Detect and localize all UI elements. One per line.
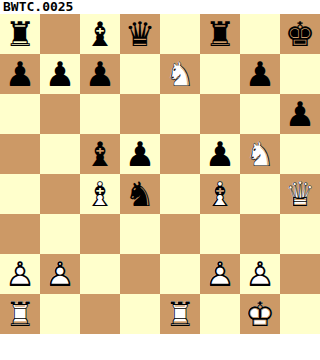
- square-c4[interactable]: ♝♗: [80, 174, 120, 214]
- square-c6[interactable]: [80, 94, 120, 134]
- piece-white-bishop[interactable]: ♝♗: [200, 174, 240, 214]
- title-bar: BWTC.0025: [0, 0, 320, 14]
- square-e5[interactable]: [160, 134, 200, 174]
- square-h5[interactable]: [280, 134, 320, 174]
- square-f3[interactable]: [200, 214, 240, 254]
- black-rook-glyph: ♜: [0, 14, 40, 54]
- piece-white-rook[interactable]: ♜♖: [160, 294, 200, 334]
- square-h2[interactable]: [280, 254, 320, 294]
- footer-bar: 1. ?: [0, 334, 320, 360]
- white-queen-outline: ♕: [280, 174, 320, 214]
- square-g6[interactable]: [240, 94, 280, 134]
- square-g1[interactable]: ♚♔: [240, 294, 280, 334]
- square-g4[interactable]: [240, 174, 280, 214]
- piece-black-bishop[interactable]: ♝: [80, 14, 120, 54]
- square-a1[interactable]: ♜♖: [0, 294, 40, 334]
- black-pawn-glyph: ♟: [200, 134, 240, 174]
- black-bishop-glyph: ♝: [80, 134, 120, 174]
- white-bishop-outline: ♗: [80, 174, 120, 214]
- piece-white-queen[interactable]: ♛♕: [280, 174, 320, 214]
- white-pawn-outline: ♙: [200, 254, 240, 294]
- square-d8[interactable]: ♛: [120, 14, 160, 54]
- square-b5[interactable]: [40, 134, 80, 174]
- square-d2[interactable]: [120, 254, 160, 294]
- black-pawn-glyph: ♟: [280, 94, 320, 134]
- black-pawn-glyph: ♟: [80, 54, 120, 94]
- piece-black-queen[interactable]: ♛: [120, 14, 160, 54]
- square-f7[interactable]: [200, 54, 240, 94]
- piece-black-knight[interactable]: ♞: [120, 174, 160, 214]
- square-c8[interactable]: ♝: [80, 14, 120, 54]
- square-c2[interactable]: [80, 254, 120, 294]
- square-e2[interactable]: [160, 254, 200, 294]
- square-e6[interactable]: [160, 94, 200, 134]
- square-b7[interactable]: ♟: [40, 54, 80, 94]
- black-queen-glyph: ♛: [120, 14, 160, 54]
- piece-black-king[interactable]: ♚: [280, 14, 320, 54]
- square-b4[interactable]: [40, 174, 80, 214]
- square-g7[interactable]: ♟: [240, 54, 280, 94]
- white-pawn-outline: ♙: [0, 254, 40, 294]
- square-h4[interactable]: ♛♕: [280, 174, 320, 214]
- black-king-glyph: ♚: [280, 14, 320, 54]
- square-b8[interactable]: [40, 14, 80, 54]
- black-pawn-glyph: ♟: [120, 134, 160, 174]
- black-bishop-glyph: ♝: [80, 14, 120, 54]
- black-pawn-glyph: ♟: [0, 54, 40, 94]
- piece-white-bishop[interactable]: ♝♗: [80, 174, 120, 214]
- square-b3[interactable]: [40, 214, 80, 254]
- square-c7[interactable]: ♟: [80, 54, 120, 94]
- white-rook-outline: ♖: [0, 294, 40, 334]
- square-d1[interactable]: [120, 294, 160, 334]
- square-f6[interactable]: [200, 94, 240, 134]
- square-e7[interactable]: ♞♘: [160, 54, 200, 94]
- square-d7[interactable]: [120, 54, 160, 94]
- piece-black-bishop[interactable]: ♝: [80, 134, 120, 174]
- square-h7[interactable]: [280, 54, 320, 94]
- square-h3[interactable]: [280, 214, 320, 254]
- square-g3[interactable]: [240, 214, 280, 254]
- square-f5[interactable]: ♟: [200, 134, 240, 174]
- piece-black-pawn[interactable]: ♟: [120, 134, 160, 174]
- white-rook-outline: ♖: [160, 294, 200, 334]
- piece-white-pawn[interactable]: ♟♙: [200, 254, 240, 294]
- square-e3[interactable]: [160, 214, 200, 254]
- square-a8[interactable]: ♜: [0, 14, 40, 54]
- black-pawn-glyph: ♟: [240, 54, 280, 94]
- square-h6[interactable]: ♟: [280, 94, 320, 134]
- square-a7[interactable]: ♟: [0, 54, 40, 94]
- square-a2[interactable]: ♟♙: [0, 254, 40, 294]
- white-pawn-outline: ♙: [40, 254, 80, 294]
- white-bishop-outline: ♗: [200, 174, 240, 214]
- black-knight-glyph: ♞: [120, 174, 160, 214]
- square-d5[interactable]: ♟: [120, 134, 160, 174]
- square-e8[interactable]: [160, 14, 200, 54]
- square-g2[interactable]: ♟♙: [240, 254, 280, 294]
- square-b1[interactable]: [40, 294, 80, 334]
- chess-board: ♜♝♛♜♚♟♟♟♞♘♟♟♝♟♟♞♘♝♗♞♝♗♛♕♟♙♟♙♟♙♟♙♜♖♜♖♚♔: [0, 14, 320, 334]
- piece-black-pawn[interactable]: ♟: [200, 134, 240, 174]
- black-rook-glyph: ♜: [200, 14, 240, 54]
- square-e1[interactable]: ♜♖: [160, 294, 200, 334]
- square-b6[interactable]: [40, 94, 80, 134]
- square-c1[interactable]: [80, 294, 120, 334]
- square-e4[interactable]: [160, 174, 200, 214]
- square-g5[interactable]: ♞♘: [240, 134, 280, 174]
- piece-white-pawn[interactable]: ♟♙: [40, 254, 80, 294]
- square-c3[interactable]: [80, 214, 120, 254]
- square-b2[interactable]: ♟♙: [40, 254, 80, 294]
- white-pawn-outline: ♙: [240, 254, 280, 294]
- black-pawn-glyph: ♟: [40, 54, 80, 94]
- piece-black-rook[interactable]: ♜: [200, 14, 240, 54]
- square-d4[interactable]: ♞: [120, 174, 160, 214]
- square-h8[interactable]: ♚: [280, 14, 320, 54]
- white-king-outline: ♔: [240, 294, 280, 334]
- square-f1[interactable]: [200, 294, 240, 334]
- piece-white-king[interactable]: ♚♔: [240, 294, 280, 334]
- piece-black-pawn[interactable]: ♟: [280, 94, 320, 134]
- piece-white-pawn[interactable]: ♟♙: [240, 254, 280, 294]
- square-a5[interactable]: [0, 134, 40, 174]
- piece-white-knight[interactable]: ♞♘: [160, 54, 200, 94]
- piece-black-pawn[interactable]: ♟: [80, 54, 120, 94]
- square-f4[interactable]: ♝♗: [200, 174, 240, 214]
- puzzle-title: BWTC.0025: [3, 0, 73, 14]
- piece-black-pawn[interactable]: ♟: [0, 54, 40, 94]
- piece-black-pawn[interactable]: ♟: [40, 54, 80, 94]
- square-a6[interactable]: [0, 94, 40, 134]
- square-f8[interactable]: ♜: [200, 14, 240, 54]
- piece-black-rook[interactable]: ♜: [0, 14, 40, 54]
- square-c5[interactable]: ♝: [80, 134, 120, 174]
- square-h1[interactable]: [280, 294, 320, 334]
- piece-white-rook[interactable]: ♜♖: [0, 294, 40, 334]
- piece-black-pawn[interactable]: ♟: [240, 54, 280, 94]
- square-g8[interactable]: [240, 14, 280, 54]
- white-knight-outline: ♘: [240, 134, 280, 174]
- square-a4[interactable]: [0, 174, 40, 214]
- square-a3[interactable]: [0, 214, 40, 254]
- piece-white-knight[interactable]: ♞♘: [240, 134, 280, 174]
- square-f2[interactable]: ♟♙: [200, 254, 240, 294]
- square-d3[interactable]: [120, 214, 160, 254]
- square-d6[interactable]: [120, 94, 160, 134]
- piece-white-pawn[interactable]: ♟♙: [0, 254, 40, 294]
- white-knight-outline: ♘: [160, 54, 200, 94]
